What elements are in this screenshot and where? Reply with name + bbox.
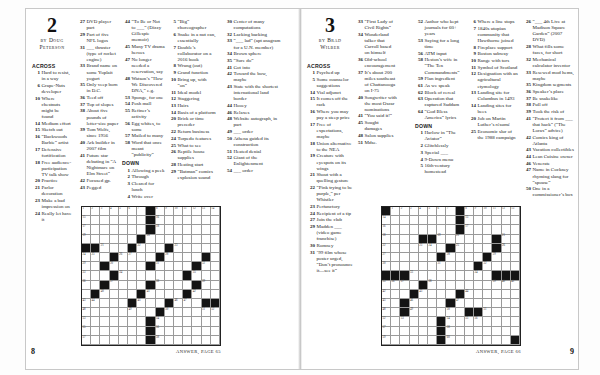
white-cell: 26 [502,244,511,253]
cell-number: 18 [156,225,159,228]
clue-number: 10 [32,96,42,120]
white-cell: 6 [437,207,446,216]
clue: 16“Backwoods Barbie” artist [32,134,72,146]
cell-number: 36 [82,280,85,283]
clue-number: 56 [415,51,425,57]
clue-number: 14 [468,103,478,115]
clue-number: 64 [415,109,425,121]
black-cell [146,207,155,216]
cell-number: 22 [138,244,141,247]
clue: 516th-century homestead [415,163,461,175]
clue-text: Website autograph, in part [234,116,282,128]
cell-number: 35 [382,280,385,283]
clue: 33Resewed mod hems, maybe [523,70,576,82]
white-cell [465,253,474,262]
white-cell: 36 [82,281,91,290]
cell-number: 53 [401,317,404,320]
white-cell: 29 [492,253,501,262]
white-cell: 10 [174,207,183,216]
clue-text: Took the risk of [533,109,577,115]
white-cell [183,216,192,225]
clue-text: Snake in a nut can, essentially [178,32,217,44]
clue: 26Reptile house supplies [168,149,216,161]
white-cell: 59 [382,336,391,345]
clue-number: 40 [355,95,365,113]
white-cell [428,327,437,336]
white-cell [174,262,183,271]
white-cell [192,244,201,253]
white-cell [437,290,446,299]
clue: 9Boston subway [468,51,518,57]
clue: 45Many TV drama heroes [122,44,165,56]
white-cell: 28 [446,253,455,262]
clue-number: 29 [307,224,317,242]
clue-number: 42 [224,71,234,83]
clue: 5Some counselor suggestions [307,77,353,89]
clue: 50One in a commissioner’s box [523,186,576,198]
white-cell [119,299,128,308]
clue: 2Through [122,174,165,180]
white-cell [137,216,146,225]
clue-text: Job on Martin Luther’s résumé [478,116,519,128]
down-label: DOWN [122,160,165,166]
white-cell: 9 [474,207,483,216]
white-cell [483,225,492,234]
clue-number: 3 [122,181,132,193]
white-cell [165,262,174,271]
white-cell: 47 [456,299,465,308]
white-cell [419,317,428,326]
cell-number: 12 [502,207,505,210]
clue-text: Many TV drama heroes [132,44,166,56]
clue-text: Only veep born in D.C. [87,82,120,94]
clue-text: ’99 film whose poster urged, “Don’t pron… [317,250,354,274]
white-cell [456,271,465,280]
clue-text: Future star debuting in “A Nightmare on … [87,153,120,177]
clue: 41“Protect it from ___ that hack” (“The … [523,116,576,134]
clue: 48Salon supplies [355,133,397,139]
white-cell [511,225,520,234]
white-cell [156,299,165,308]
clue-text: “___ 4th Live at Madison Square Garden” … [533,19,577,43]
clue-text: ___ thruster (type of rocket engine) [87,45,120,63]
clue: 43Pegged [77,185,119,191]
white-cell [428,216,437,225]
clue: 52Author who kept journals for 60+ years [415,19,461,37]
cell-number: 13 [511,207,514,210]
clue-number: 6 [168,32,178,44]
white-cell [446,235,455,244]
cell-number: 10 [174,207,177,210]
clue-text: Where you may pay a steep price [317,109,354,121]
clue: 54___ order [224,168,281,174]
clue: 38Pull off [523,102,576,108]
clue-number: 57 [122,133,132,139]
clue-text: Landing site for Columbus in 1493 [478,90,519,102]
white-cell [483,336,492,345]
white-cell: 12 [192,207,201,216]
clue-text: 9-Down menu [425,157,462,163]
cell-number: 14 [382,216,385,219]
clue: 31___ thruster (type of rocket engine) [77,45,119,63]
clue-text: Author who kept journals for 60+ years [425,19,462,37]
white-cell [100,253,109,262]
white-cell [492,216,501,225]
cell-number: 5 [119,207,121,210]
clue: 55Refiner’s activity [122,108,165,120]
clue-text: Union alternative to the NEA [317,141,354,153]
white-cell [100,327,109,336]
clue: 35Kingdom segments [523,82,576,88]
white-cell [137,271,146,280]
white-cell: 28 [165,253,174,262]
white-cell [211,336,220,345]
white-cell [492,308,501,317]
cell-number: 28 [165,253,168,256]
white-cell [128,235,137,244]
clue-text: Watson’s “How We Discovered DNA,” e.g. [132,76,166,94]
white-cell [410,244,419,253]
white-cell [474,299,483,308]
clue-text: Ideal model [178,90,217,96]
black-cell [146,327,155,336]
clue: 22Return business [168,129,216,135]
clue-number: 53 [415,38,425,50]
clue-text: ___ order [234,168,282,174]
clue-text: Madden ___ (video game franchise) [317,224,354,242]
white-cell [119,336,128,345]
white-cell [110,327,119,336]
white-cell [165,290,174,299]
cell-number: 27 [382,253,385,256]
cell-number: 8 [465,207,467,210]
white-cell [183,308,192,317]
clue: 22“Pink trying to be purple,” per Whistl… [307,185,353,203]
white-cell: 51 [483,308,492,317]
clue-number: 5 [415,163,425,175]
clue: 2Glitchlessly [415,143,461,149]
clue: 44Hooey [224,103,281,109]
clue: 46Venerate [523,161,576,167]
clue-text: Staggering [178,96,217,102]
white-cell [110,299,119,308]
clue-text: “To Be or Not to ___” (Dizzy Gillespie m… [132,19,166,43]
white-cell [419,253,428,262]
white-cell [511,235,520,244]
white-cell [192,225,201,234]
clue-number: 42 [77,178,87,184]
clue-number: 23 [32,198,42,210]
clue-text: Part of five NFL logos [87,32,120,44]
clue-number: 20 [32,178,42,184]
white-cell [391,308,400,317]
white-cell [174,336,183,345]
white-cell [428,253,437,262]
white-cell [100,271,109,280]
white-cell [410,216,419,225]
clue-text: Vial adjunct [317,90,354,96]
clue: 52Giant of the Enlightenment [224,155,281,167]
white-cell [465,244,474,253]
white-cell [128,327,137,336]
right-clue-column-2: 33“First Lady of Civil Rights”34Wonderla… [355,19,397,146]
clue-text: Toward the bow, maybe [234,71,282,83]
black-cell [511,336,520,345]
cell-number: 24 [428,244,431,247]
white-cell [100,317,109,326]
white-cell: 30 [110,262,119,271]
clue-number: 29 [77,32,87,44]
clue-number: 1 [122,168,132,174]
white-cell [511,290,520,299]
white-cell [137,308,146,317]
clue: 18Union alternative to the NEA [307,141,353,153]
cell-number: 1 [392,207,394,210]
cell-number: 59 [382,336,385,339]
clue-number: 51 [355,140,365,146]
white-cell [174,327,183,336]
clue-text: Block of cereal [425,90,462,96]
clue-number: 32 [523,57,533,69]
white-cell [119,281,128,290]
white-cell [110,244,119,253]
cell-number: 50 [165,308,168,311]
white-cell [446,216,455,225]
white-cell [391,216,400,225]
clue: 57Mailed to many [122,133,165,139]
clue-number: 31 [307,250,317,274]
white-cell [192,336,201,345]
cell-number: 44 [92,299,95,302]
clue-text: 1840s utopian community that Hawthorne j… [478,26,519,44]
cell-number: 39 [493,280,496,283]
right-clue-column-3: 52Author who kept journals for 60+ years… [415,19,461,176]
clue-number: 25 [468,129,478,141]
page-gutter [298,9,302,369]
white-cell [192,253,201,262]
white-cell: 58 [156,336,165,345]
white-cell [128,262,137,271]
clue: 9Grand function [168,70,216,76]
clue-number: 4 [415,157,425,163]
white-cell [202,244,211,253]
left-clue-column-4: 5“Big” choreographer6Snake in a nut can,… [168,19,216,181]
white-cell [483,271,492,280]
clue: 8Fireplace support [468,45,518,51]
white-cell [456,262,465,271]
left-clue-column-3: 44“To Be or Not to ___” (Dizzy Gillespie… [122,19,165,200]
clue-text: Flan ingredient [425,76,462,82]
white-cell: 13 [202,207,211,216]
clue: 1Harlow in “The Aviator” [415,130,461,142]
clue-text: Harlow in “The Aviator” [425,130,462,142]
white-cell [456,281,465,290]
cell-number: 42 [193,290,196,293]
cell-number: 25 [456,244,459,247]
white-cell: 10 [483,207,492,216]
white-cell [211,281,220,290]
cell-number: 50 [447,308,450,311]
cell-number: 45 [138,299,141,302]
clue: 71840s utopian community that Hawthorne … [468,26,518,44]
white-cell: 5 [119,207,128,216]
black-cell [437,317,446,326]
clue-number: 13 [468,90,478,102]
white-cell [137,225,146,234]
clue-text: Shout with a quelling gesture [317,172,354,184]
cell-number: 33 [410,271,413,274]
clue-text: Double’s collaborator on a 2016 book [178,45,217,63]
clue: 10Where chestnuts might be found [32,96,72,120]
clue: 24Really let have it [32,211,72,223]
clue: 13Landing site for Columbus in 1493 [468,90,518,102]
cell-number: 60 [447,336,450,339]
white-cell [410,327,419,336]
white-cell [492,262,501,271]
white-cell [391,244,400,253]
white-cell [211,327,220,336]
clue-number: 18 [32,160,42,178]
white-cell [202,225,211,234]
white-cell [119,290,128,299]
white-cell [391,327,400,336]
white-cell: 17 [465,225,474,234]
clue-text: Mechanical calculator inventor [533,57,577,69]
white-cell: 14 [211,207,220,216]
white-cell [202,327,211,336]
cell-number: 17 [82,225,85,228]
clue: 50Athena guided its construction [224,136,281,148]
clue-text: Heated denial [234,149,282,155]
white-cell [165,225,174,234]
clue: 31’99 film whose poster urged, “Don’t pr… [307,250,353,274]
clue: 16Where you may pay a steep price [307,109,353,121]
white-cell: 7 [137,207,146,216]
clue-text: “Backwoods Barbie” artist [42,134,73,146]
clue-text: Really let have it [42,211,73,223]
clue-text: Athena guided its construction [234,136,282,148]
white-cell [400,336,409,345]
clue-text: Wrung (out) [178,63,217,69]
clue: 14Medium effort [32,121,72,127]
clue-number: 26 [168,149,178,161]
clue-number: 36 [523,89,533,95]
white-cell: 11 [492,207,501,216]
clue: 47No longer needed a reservation, say [122,57,165,75]
white-cell [511,253,520,262]
clue-text: “First Lady of Civil Rights” [365,19,398,31]
clue: 24Torpedo features [168,136,216,142]
clue-number: 37 [523,96,533,102]
clue: 41“You said it!” [355,113,397,119]
cell-number: 58 [156,336,159,339]
clue-number: 6 [468,19,478,25]
clue: 44Lean Cuisine owner [523,154,576,160]
white-cell [146,308,155,317]
clue-text: Teed off [87,95,120,101]
clue-text: Romney [317,243,354,249]
clue-number: 46 [224,110,234,116]
white-cell [202,216,211,225]
clue-text: Old-school encouragement [365,57,398,69]
white-cell [428,225,437,234]
black-cell [400,299,409,308]
clue-number: 28 [523,44,533,56]
white-cell [400,253,409,262]
clue-text: Medium effort [42,121,73,127]
white-cell [110,235,119,244]
clue-number: 8 [168,63,178,69]
white-cell: 25 [91,253,100,262]
white-cell [437,216,446,225]
white-cell [211,235,220,244]
clue-text: Glitchlessly [425,143,462,149]
white-cell [391,290,400,299]
clue-number: 50 [523,186,533,198]
white-cell: 50 [165,308,174,317]
cell-number: 46 [174,299,177,302]
clue-number: 2 [415,143,425,149]
clue-text: Designation with an agricultural etymolo… [478,71,519,89]
white-cell [428,262,437,271]
clue: 32Mechanical calculator inventor [523,57,576,69]
white-cell [465,271,474,280]
white-cell [502,317,511,326]
clue-number: 35 [224,58,234,64]
white-cell: 49 [128,308,137,317]
white-cell [110,216,119,225]
cell-number: 34 [474,271,477,274]
clue-text: Sponge, for one [132,95,166,101]
left-byline-line1: by Doug [32,37,72,44]
white-cell [165,336,174,345]
white-cell [174,253,183,262]
clue-number: 52 [224,155,234,167]
white-cell [428,299,437,308]
cell-number: 57 [82,336,85,339]
cell-number: 48 [82,308,85,311]
white-cell [400,262,409,271]
clue-number: 44 [122,19,132,43]
clue-text: Through [132,174,166,180]
clue: 27Join the club [307,217,353,223]
clue: 21Shout with a quelling gesture [307,172,353,184]
white-cell [465,235,474,244]
cell-number: 21 [502,234,505,237]
white-cell [183,281,192,290]
cell-number: 54 [447,317,450,320]
white-cell [183,253,192,262]
clue-text: Landing sites for bees [478,103,519,115]
black-cell [437,327,446,336]
clue: 21Parlor decoration [32,185,72,197]
clue: 58Heston’s wife in “The Ten Commandments… [415,57,461,75]
cell-number: 37 [110,280,113,283]
cell-number: 32 [484,262,487,265]
clue-number: 17 [307,122,317,140]
clue: 10Range with tors [468,58,518,64]
white-cell: 1 [391,207,400,216]
white-cell [456,327,465,336]
clue-number: 7 [168,45,178,63]
white-cell [419,271,428,280]
clue-number: 51 [224,149,234,155]
cell-number: 23 [174,244,177,247]
white-cell [128,290,137,299]
white-cell [492,336,501,345]
left-byline-line2: Peterson [32,44,72,51]
clue-text: Saying for a long time [425,38,462,50]
